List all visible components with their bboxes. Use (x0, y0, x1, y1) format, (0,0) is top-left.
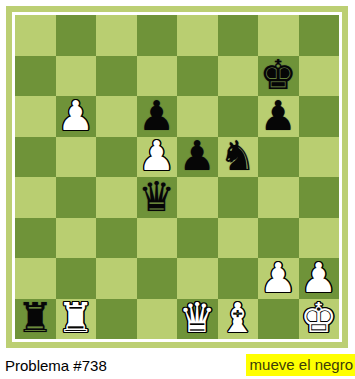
square-f8[interactable] (218, 15, 259, 56)
square-c3[interactable] (96, 218, 137, 259)
square-g7[interactable]: ♚ (258, 56, 299, 97)
white-pawn[interactable]: ♟ (138, 137, 175, 178)
black-king[interactable]: ♚ (260, 56, 297, 97)
square-a4[interactable] (15, 177, 56, 218)
square-c1[interactable] (96, 299, 137, 340)
white-rook[interactable]: ♜ (57, 299, 94, 340)
square-f1[interactable]: ♝ (218, 299, 259, 340)
square-a6[interactable] (15, 96, 56, 137)
square-c8[interactable] (96, 15, 137, 56)
square-h3[interactable] (299, 218, 340, 259)
square-g5[interactable] (258, 137, 299, 178)
white-queen[interactable]: ♛ (179, 299, 216, 340)
square-c4[interactable] (96, 177, 137, 218)
square-f5[interactable]: ♞ (218, 137, 259, 178)
square-a5[interactable] (15, 137, 56, 178)
white-pawn[interactable]: ♟ (260, 258, 297, 299)
square-h1[interactable]: ♚ (299, 299, 340, 340)
square-c6[interactable] (96, 96, 137, 137)
square-e4[interactable] (177, 177, 218, 218)
square-e1[interactable]: ♛ (177, 299, 218, 340)
black-pawn[interactable]: ♟ (179, 137, 216, 178)
square-e7[interactable] (177, 56, 218, 97)
black-queen[interactable]: ♛ (138, 177, 175, 218)
square-d3[interactable] (137, 218, 178, 259)
problem-number-label: Problema #738 (5, 357, 107, 374)
black-pawn[interactable]: ♟ (260, 96, 297, 137)
black-pawn[interactable]: ♟ (138, 96, 175, 137)
square-b8[interactable] (56, 15, 97, 56)
white-pawn[interactable]: ♟ (57, 96, 94, 137)
square-f7[interactable] (218, 56, 259, 97)
square-h8[interactable] (299, 15, 340, 56)
square-b3[interactable] (56, 218, 97, 259)
square-d2[interactable] (137, 258, 178, 299)
chess-board: ♚♟♟♟♟♟♞♛♟♟♜♜♛♝♚ (12, 12, 342, 342)
square-g6[interactable]: ♟ (258, 96, 299, 137)
square-b4[interactable] (56, 177, 97, 218)
square-a7[interactable] (15, 56, 56, 97)
square-b1[interactable]: ♜ (56, 299, 97, 340)
board-frame: ♚♟♟♟♟♟♞♛♟♟♜♜♛♝♚ (6, 6, 348, 348)
black-knight[interactable]: ♞ (219, 137, 256, 178)
black-rook[interactable]: ♜ (17, 299, 54, 340)
square-g2[interactable]: ♟ (258, 258, 299, 299)
square-c5[interactable] (96, 137, 137, 178)
square-d6[interactable]: ♟ (137, 96, 178, 137)
square-g8[interactable] (258, 15, 299, 56)
square-a2[interactable] (15, 258, 56, 299)
square-b7[interactable] (56, 56, 97, 97)
square-e2[interactable] (177, 258, 218, 299)
side-to-move-badge: mueve el negro (246, 354, 355, 376)
square-c2[interactable] (96, 258, 137, 299)
square-d5[interactable]: ♟ (137, 137, 178, 178)
square-a3[interactable] (15, 218, 56, 259)
chess-problem-page: ♚♟♟♟♟♟♞♛♟♟♜♜♛♝♚ Problema #738 mueve el n… (0, 0, 355, 379)
square-d4[interactable]: ♛ (137, 177, 178, 218)
square-g1[interactable] (258, 299, 299, 340)
white-king[interactable]: ♚ (300, 299, 337, 340)
square-b5[interactable] (56, 137, 97, 178)
square-h5[interactable] (299, 137, 340, 178)
square-d8[interactable] (137, 15, 178, 56)
square-b6[interactable]: ♟ (56, 96, 97, 137)
square-f6[interactable] (218, 96, 259, 137)
white-bishop[interactable]: ♝ (219, 299, 256, 340)
square-a1[interactable]: ♜ (15, 299, 56, 340)
square-h7[interactable] (299, 56, 340, 97)
square-f2[interactable] (218, 258, 259, 299)
square-e6[interactable] (177, 96, 218, 137)
square-e3[interactable] (177, 218, 218, 259)
square-e8[interactable] (177, 15, 218, 56)
square-h2[interactable]: ♟ (299, 258, 340, 299)
white-pawn[interactable]: ♟ (300, 258, 337, 299)
square-f4[interactable] (218, 177, 259, 218)
square-f3[interactable] (218, 218, 259, 259)
square-e5[interactable]: ♟ (177, 137, 218, 178)
caption-bar: Problema #738 mueve el negro (0, 353, 355, 377)
square-g3[interactable] (258, 218, 299, 259)
square-d7[interactable] (137, 56, 178, 97)
square-a8[interactable] (15, 15, 56, 56)
square-d1[interactable] (137, 299, 178, 340)
square-h4[interactable] (299, 177, 340, 218)
square-c7[interactable] (96, 56, 137, 97)
square-b2[interactable] (56, 258, 97, 299)
square-g4[interactable] (258, 177, 299, 218)
square-h6[interactable] (299, 96, 340, 137)
